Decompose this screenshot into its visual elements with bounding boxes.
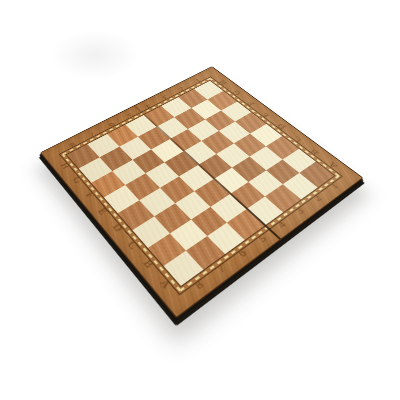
chess-board: 87654321 87654321 HGFEDCBA HGFEDCBA xyxy=(40,66,364,318)
inlay-border xyxy=(59,76,343,295)
photo-canvas: 87654321 87654321 HGFEDCBA HGFEDCBA xyxy=(0,0,400,400)
background-smudge xyxy=(50,30,140,80)
playing-field xyxy=(65,80,335,287)
